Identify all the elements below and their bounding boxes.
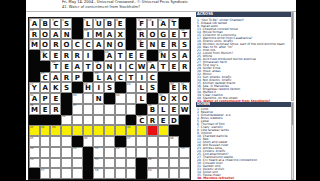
grid-cell[interactable]: W xyxy=(179,104,190,115)
grid-cell[interactable]: A xyxy=(40,82,51,93)
grid-cell[interactable] xyxy=(158,158,169,169)
grid-cell[interactable]: G xyxy=(158,29,169,40)
grid-cell[interactable]: 37 xyxy=(72,104,83,115)
cell-letter: L xyxy=(137,94,146,103)
grid-cell[interactable]: 42 xyxy=(40,125,51,136)
grid-cell[interactable] xyxy=(126,168,137,179)
cell-letter: O xyxy=(94,62,103,71)
grid-cell[interactable] xyxy=(115,125,126,136)
cell-letter: I xyxy=(148,19,157,28)
cell-letter: C xyxy=(41,73,50,82)
grid-cell[interactable]: P xyxy=(40,93,51,104)
grid-cell[interactable]: 13R xyxy=(29,29,40,40)
grid-cell[interactable]: L xyxy=(158,104,169,115)
grid-cell[interactable]: E xyxy=(169,29,180,40)
cell-letter: W xyxy=(180,105,189,114)
grid-cell xyxy=(29,115,40,126)
grid-cell[interactable]: E xyxy=(40,104,51,115)
grid-cell[interactable]: R xyxy=(72,50,83,61)
grid-cell[interactable]: T xyxy=(158,61,169,72)
grid-cell[interactable]: R xyxy=(179,61,190,72)
crossword-app-window: Fri, May 14, 2004 - Universal Crossword … xyxy=(26,0,296,180)
grid-cell[interactable] xyxy=(104,147,115,158)
grid-cell[interactable]: 40C xyxy=(136,115,147,126)
cell-letter: A xyxy=(51,73,60,82)
grid-cell[interactable] xyxy=(104,168,115,179)
grid-cell[interactable]: 47 xyxy=(126,136,137,147)
grid-cell[interactable] xyxy=(40,136,51,147)
cell-letter: E xyxy=(116,19,125,28)
grid-cell xyxy=(40,115,51,126)
grid-cell[interactable] xyxy=(136,125,147,136)
grid-cell[interactable]: 1A xyxy=(29,18,40,29)
grid-cell[interactable]: 46 xyxy=(83,136,94,147)
down-clue-list[interactable]: 1. Limb2. Reserve3. Groundskeeper, e.g.4… xyxy=(196,107,294,181)
grid-cell[interactable]: 6U xyxy=(93,18,104,29)
cell-letter: N xyxy=(62,30,71,39)
grid-cell[interactable]: 58 xyxy=(93,168,104,179)
cell-letter: E xyxy=(51,51,60,60)
cell-letter: T xyxy=(159,62,168,71)
grid-cell[interactable]: O xyxy=(61,39,72,50)
grid-cell[interactable]: I xyxy=(93,82,104,93)
crossword-grid[interactable]: 1A2B3C4S5L6U7B8E9F10I11A12T13ROAN14IMAX1… xyxy=(28,17,191,180)
grid-cell[interactable] xyxy=(72,168,83,179)
cell-letter: L xyxy=(84,19,93,28)
grid-cell[interactable]: 57 xyxy=(40,168,51,179)
grid-cell[interactable]: T xyxy=(115,50,126,61)
grid-cell[interactable] xyxy=(126,104,137,115)
cell-letter: S xyxy=(148,83,157,92)
cell-letter: A xyxy=(30,94,39,103)
grid-cell[interactable] xyxy=(61,147,72,158)
grid-cell[interactable]: 8E xyxy=(115,18,126,29)
cell-letter: A xyxy=(94,40,103,49)
cell-number: 46 xyxy=(84,137,88,140)
grid-cell[interactable]: 59 xyxy=(147,168,158,179)
grid-cell[interactable]: O xyxy=(147,29,158,40)
grid-cell[interactable]: 56 xyxy=(147,158,158,169)
grid-cell[interactable]: P xyxy=(72,72,83,83)
cell-letter: T xyxy=(127,73,136,82)
cell-letter: W xyxy=(137,62,146,71)
grid-cell[interactable]: 49 xyxy=(29,147,40,158)
grid-cell[interactable]: N xyxy=(147,39,158,50)
cell-number: 53 xyxy=(181,147,185,150)
across-scrollbar[interactable] xyxy=(291,12,294,101)
grid-cell[interactable] xyxy=(169,158,180,169)
cell-letter: X xyxy=(170,94,179,103)
grid-cell[interactable]: 17M xyxy=(29,39,40,50)
grid-cell[interactable]: C xyxy=(126,61,137,72)
cell-letter: O xyxy=(62,40,71,49)
grid-cell[interactable] xyxy=(136,136,147,147)
cell-number: 34 xyxy=(116,94,120,97)
grid-cell[interactable]: T xyxy=(83,61,94,72)
cell-letter: M xyxy=(30,40,39,49)
grid-cell[interactable]: 28H xyxy=(83,82,94,93)
grid-cell[interactable]: 31R xyxy=(179,82,190,93)
grid-cell[interactable]: C xyxy=(115,72,126,83)
cell-letter: L xyxy=(94,73,103,82)
grid-cell[interactable]: E xyxy=(169,104,180,115)
grid-cell[interactable]: E xyxy=(126,50,137,61)
grid-cell xyxy=(169,72,180,83)
cell-letter: N xyxy=(105,62,114,71)
cell-number: 47 xyxy=(127,137,131,140)
cell-letter: O xyxy=(180,94,189,103)
cell-number: 41 xyxy=(30,126,34,129)
grid-cell[interactable] xyxy=(104,158,115,169)
grid-cell[interactable]: E xyxy=(169,61,180,72)
cell-number: 49 xyxy=(30,147,34,150)
grid-cell[interactable]: A xyxy=(104,72,115,83)
cell-letter: A xyxy=(105,73,114,82)
grid-cell[interactable]: 39 xyxy=(61,115,72,126)
grid-cell[interactable]: 23O xyxy=(93,61,104,72)
cell-letter: M xyxy=(30,105,39,114)
cell-number: 45 xyxy=(30,137,34,140)
grid-cell[interactable]: 11A xyxy=(158,18,169,29)
grid-cell[interactable]: E xyxy=(61,61,72,72)
grid-cell[interactable]: 2B xyxy=(40,18,51,29)
grid-cell xyxy=(179,72,190,83)
grid-cursor-cell[interactable] xyxy=(147,125,158,136)
grid-cell[interactable] xyxy=(169,168,180,179)
grid-cell[interactable]: 7B xyxy=(104,18,115,29)
grid-cell[interactable]: 29 xyxy=(126,82,137,93)
cell-letter: E xyxy=(159,40,168,49)
cell-letter: U xyxy=(94,19,103,28)
grid-cell[interactable]: O xyxy=(115,39,126,50)
cell-letter: A xyxy=(105,30,114,39)
grid-cell[interactable] xyxy=(93,115,104,126)
cell-letter: I xyxy=(116,62,125,71)
grid-cell[interactable]: L xyxy=(136,93,147,104)
cell-letter: S xyxy=(62,19,71,28)
grid-cell xyxy=(29,61,40,72)
cell-number: 54 xyxy=(30,158,34,161)
cell-letter: F xyxy=(137,19,146,28)
grid-cell[interactable]: S xyxy=(147,82,158,93)
grid-cell[interactable]: L xyxy=(136,82,147,93)
grid-cell[interactable] xyxy=(104,125,115,136)
grid-cell xyxy=(29,50,40,61)
across-header: ACROSS xyxy=(196,12,294,17)
cell-number: 51 xyxy=(95,147,99,150)
cell-letter: I xyxy=(137,73,146,82)
grid-cell[interactable]: O xyxy=(40,29,51,40)
grid-cell[interactable]: I xyxy=(136,72,147,83)
grid-cell[interactable]: R xyxy=(50,39,61,50)
cell-letter: E xyxy=(170,30,179,39)
grid-cell[interactable]: R xyxy=(61,50,72,61)
scroll-thumb[interactable] xyxy=(292,13,293,39)
grid-cell[interactable]: 4S xyxy=(61,18,72,29)
grid-cell[interactable] xyxy=(40,147,51,158)
cell-number: 55 xyxy=(95,158,99,161)
grid-cell[interactable]: 55 xyxy=(93,158,104,169)
cell-letter: A xyxy=(159,19,168,28)
grid-cell[interactable]: 45 xyxy=(29,136,40,147)
grid-cell[interactable]: 51 xyxy=(93,147,104,158)
grid-cell[interactable]: O xyxy=(179,93,190,104)
grid-cell[interactable]: O xyxy=(40,39,51,50)
cell-letter: R xyxy=(180,62,189,71)
grid-cell xyxy=(126,39,137,50)
grid-cell[interactable]: A xyxy=(72,61,83,72)
grid-cell[interactable]: R xyxy=(147,115,158,126)
grid-cell[interactable] xyxy=(61,168,72,179)
cell-letter: R xyxy=(137,30,146,39)
grid-cell[interactable]: 10I xyxy=(147,18,158,29)
cell-letter: Y xyxy=(30,83,39,92)
cell-letter: A xyxy=(148,62,157,71)
cell-number: 48 xyxy=(170,137,174,140)
grid-cell[interactable] xyxy=(126,93,137,104)
grid-cell[interactable]: E xyxy=(50,93,61,104)
grid-cell[interactable]: 14I xyxy=(83,29,94,40)
cell-letter: B xyxy=(105,19,114,28)
grid-cell[interactable]: A xyxy=(50,72,61,83)
grid-cell[interactable]: S xyxy=(169,50,180,61)
grid-cell[interactable] xyxy=(93,136,104,147)
grid-cell[interactable]: 52 xyxy=(115,147,126,158)
grid-cell[interactable]: 54 xyxy=(29,158,40,169)
grid-cell[interactable] xyxy=(169,147,180,158)
grid-cell[interactable] xyxy=(158,136,169,147)
cell-letter: E xyxy=(127,51,136,60)
grid-cell[interactable] xyxy=(179,168,190,179)
grid-cell[interactable]: X xyxy=(169,93,180,104)
grid-cell[interactable]: 20A xyxy=(104,50,115,61)
grid-cell xyxy=(126,18,137,29)
grid-cell[interactable]: 32A xyxy=(29,93,40,104)
grid-cell[interactable]: 35O xyxy=(158,93,169,104)
grid-cell[interactable]: E xyxy=(50,50,61,61)
grid-cell xyxy=(147,50,158,61)
grid-cell[interactable]: D xyxy=(169,115,180,126)
grid-cell[interactable] xyxy=(83,115,94,126)
grid-cell[interactable]: 43 xyxy=(50,125,61,136)
grid-cell[interactable] xyxy=(115,104,126,115)
grid-cell xyxy=(147,93,158,104)
grid-cell[interactable] xyxy=(72,158,83,169)
grid-cell[interactable] xyxy=(93,104,104,115)
grid-cell[interactable] xyxy=(50,136,61,147)
grid-cell[interactable] xyxy=(158,125,169,136)
grid-cell[interactable]: 50 xyxy=(72,147,83,158)
grid-cell[interactable]: A xyxy=(93,39,104,50)
grid-cell[interactable]: I xyxy=(83,50,94,61)
grid-cell[interactable]: 30E xyxy=(169,82,180,93)
grid-cell[interactable]: S xyxy=(104,82,115,93)
grid-cell[interactable] xyxy=(61,125,72,136)
grid-cell[interactable]: 21N xyxy=(158,50,169,61)
grid-cell[interactable]: 48 xyxy=(169,136,180,147)
cell-letter: A xyxy=(51,30,60,39)
grid-cell[interactable] xyxy=(50,168,61,179)
grid-cell[interactable] xyxy=(147,136,158,147)
cell-letter: C xyxy=(127,62,136,71)
cell-letter: I xyxy=(84,51,93,60)
grid-cell[interactable]: 38B xyxy=(147,104,158,115)
cell-letter: R xyxy=(180,83,189,92)
grid-cell[interactable] xyxy=(72,115,83,126)
grid-cell[interactable]: 15R xyxy=(136,29,147,40)
grid-cell[interactable]: X xyxy=(115,29,126,40)
grid-cell[interactable]: R xyxy=(61,72,72,83)
grid-cell[interactable]: C xyxy=(83,39,94,50)
cell-letter: C xyxy=(51,19,60,28)
grid-cell[interactable]: I xyxy=(115,61,126,72)
grid-cell xyxy=(72,29,83,40)
grid-cell[interactable]: 12T xyxy=(169,18,180,29)
grid-cell[interactable] xyxy=(147,147,158,158)
grid-cell xyxy=(136,168,147,179)
grid-cell[interactable] xyxy=(104,115,115,126)
grid-cell[interactable]: S xyxy=(61,82,72,93)
grid-cell[interactable]: 25C xyxy=(40,72,51,83)
grid-cell[interactable]: E xyxy=(158,39,169,50)
grid-cell[interactable]: 27Y xyxy=(29,82,40,93)
cell-letter: I xyxy=(84,30,93,39)
grid-cell[interactable]: N xyxy=(104,39,115,50)
cell-letter: N xyxy=(105,40,114,49)
grid-cell[interactable] xyxy=(50,158,61,169)
cell-letter: S xyxy=(170,51,179,60)
grid-cell[interactable] xyxy=(115,158,126,169)
grid-cell[interactable] xyxy=(179,158,190,169)
grid-cell[interactable]: 41 xyxy=(29,125,40,136)
cell-letter: O xyxy=(41,40,50,49)
cell-number: 44 xyxy=(127,126,131,129)
cell-number: 56 xyxy=(148,158,152,161)
clue-item[interactable]: 38. Morning refresher xyxy=(196,176,294,179)
grid-cell[interactable] xyxy=(158,168,169,179)
grid-cell[interactable]: N xyxy=(61,29,72,40)
grid-cell xyxy=(72,82,83,93)
grid-cell[interactable]: C xyxy=(72,39,83,50)
grid-cell[interactable]: T xyxy=(126,72,137,83)
cell-number: 50 xyxy=(73,147,77,150)
cell-letter: C xyxy=(84,40,93,49)
grid-cell[interactable]: K xyxy=(50,82,61,93)
grid-cell[interactable]: 22T xyxy=(50,61,61,72)
grid-cell[interactable]: 53 xyxy=(179,147,190,158)
grid-cell[interactable] xyxy=(93,125,104,136)
grid-cell[interactable] xyxy=(104,136,115,147)
grid-cell[interactable]: W xyxy=(136,61,147,72)
cell-letter: X xyxy=(116,30,125,39)
cell-letter: N xyxy=(148,40,157,49)
grid-cell xyxy=(179,136,190,147)
grid-cell[interactable]: 33 xyxy=(72,93,83,104)
cell-letter: R xyxy=(73,51,82,60)
grid-cell xyxy=(61,93,72,104)
grid-cell[interactable]: E xyxy=(136,50,147,61)
cell-number: 39 xyxy=(62,115,66,118)
grid-cell[interactable]: 19K xyxy=(40,50,51,61)
cell-number: 59 xyxy=(148,169,152,172)
grid-cell[interactable] xyxy=(61,158,72,169)
grid-cell[interactable]: N xyxy=(104,61,115,72)
grid-cell[interactable]: 44 xyxy=(126,125,137,136)
grid-cell xyxy=(93,50,104,61)
grid-cell[interactable]: 3C xyxy=(50,18,61,29)
grid-cell[interactable] xyxy=(158,147,169,158)
grid-cell[interactable] xyxy=(61,136,72,147)
cell-letter: A xyxy=(41,83,50,92)
cell-letter: D xyxy=(170,116,179,125)
grid-cell[interactable] xyxy=(83,93,94,104)
cell-number: 43 xyxy=(52,126,56,129)
grid-cell[interactable]: A xyxy=(50,29,61,40)
cell-letter: I xyxy=(94,83,103,92)
cell-letter: P xyxy=(41,94,50,103)
grid-cell[interactable]: 34 xyxy=(115,93,126,104)
grid-cell[interactable]: 26L xyxy=(93,72,104,83)
cell-letter: B xyxy=(148,105,157,114)
grid-cell[interactable] xyxy=(40,158,51,169)
grid-cell xyxy=(29,72,40,83)
grid-cell[interactable]: E xyxy=(158,115,169,126)
grid-cell[interactable] xyxy=(72,125,83,136)
grid-cell xyxy=(61,104,72,115)
grid-cell[interactable] xyxy=(126,147,137,158)
grid-cell[interactable]: 9F xyxy=(136,18,147,29)
cell-letter: C xyxy=(116,73,125,82)
cell-number: 37 xyxy=(73,104,77,107)
grid-cell[interactable]: 18E xyxy=(136,39,147,50)
grid-cell[interactable]: 16T xyxy=(179,29,190,40)
down-scrollbar[interactable] xyxy=(291,102,294,180)
grid-cell[interactable] xyxy=(136,147,147,158)
across-clue-list[interactable]: 1. “Out To Be” singer Chappell?5. Grease… xyxy=(196,18,294,102)
cell-letter: S xyxy=(180,40,189,49)
grid-cell[interactable]: A xyxy=(104,29,115,40)
cell-letter: G xyxy=(159,30,168,39)
grid-cell[interactable] xyxy=(115,168,126,179)
grid-cell[interactable] xyxy=(115,115,126,126)
cell-letter: T xyxy=(84,62,93,71)
grid-cell[interactable] xyxy=(83,125,94,136)
cell-letter: S xyxy=(62,83,71,92)
grid-cell[interactable]: N xyxy=(93,93,104,104)
grid-cell[interactable]: R xyxy=(169,39,180,50)
cell-number: 58 xyxy=(95,169,99,172)
grid-cell[interactable] xyxy=(104,104,115,115)
cell-letter: E xyxy=(137,51,146,60)
scroll-thumb[interactable] xyxy=(292,103,293,126)
grid-cell[interactable] xyxy=(83,104,94,115)
cell-letter: T xyxy=(116,51,125,60)
grid-cell[interactable]: 5L xyxy=(83,18,94,29)
cell-letter: A xyxy=(180,51,189,60)
grid-cell[interactable]: 36M xyxy=(29,104,40,115)
grid-cell xyxy=(72,136,83,147)
grid-cell[interactable]: S xyxy=(179,39,190,50)
grid-cell[interactable]: C xyxy=(147,72,158,83)
cell-number: 57 xyxy=(41,169,45,172)
grid-cell[interactable]: 24A xyxy=(147,61,158,72)
grid-cell[interactable]: A xyxy=(179,50,190,61)
grid-cell[interactable] xyxy=(126,158,137,169)
grid-cell[interactable] xyxy=(50,147,61,158)
grid-cell xyxy=(126,115,137,126)
grid-cell[interactable]: M xyxy=(93,29,104,40)
grid-cell[interactable]: R xyxy=(50,104,61,115)
